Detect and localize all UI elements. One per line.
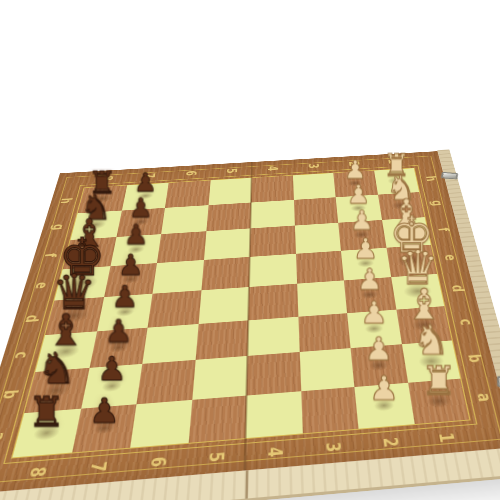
- coord-label: 4: [258, 156, 286, 181]
- coord-label: 1: [378, 149, 409, 173]
- coord-label: g: [33, 217, 83, 238]
- square-f3: [294, 223, 340, 254]
- piece-glyph: ♟: [104, 316, 132, 347]
- square-g4: [250, 200, 294, 229]
- square-g7: [116, 208, 165, 237]
- coord-label: f: [419, 219, 467, 240]
- chess-board: hgfedcba hgfedcba 87654321 87654321 ♜♞♝♛…: [0, 151, 500, 495]
- square-g5: [206, 202, 251, 231]
- square-e4: [249, 253, 297, 287]
- hinge-seam-front: [245, 470, 248, 498]
- piece-glyph: ♟: [365, 333, 394, 365]
- square-f5: [204, 228, 251, 259]
- square-f7: [110, 234, 161, 266]
- square-f4: [250, 226, 296, 257]
- clasp-icon: [441, 172, 458, 180]
- piece-glyph: ♜: [421, 361, 457, 401]
- coord-label: 6: [175, 161, 205, 186]
- piece-glyph: ♟: [97, 353, 126, 386]
- piece-glyph: ♟: [111, 282, 138, 312]
- coord-label: 8: [90, 166, 124, 191]
- square-e3: [295, 250, 343, 283]
- piece-glyph: ♜: [28, 392, 65, 434]
- piece-glyph: ♞: [37, 347, 76, 390]
- coord-label: 3: [299, 154, 328, 178]
- perspective-wrapper: hgfedcba hgfedcba 87654321 87654321 ♜♞♝♛…: [0, 0, 500, 500]
- coord-label: 5: [217, 159, 246, 184]
- square-g3: [293, 197, 338, 226]
- piece-glyph: ♟: [369, 372, 399, 405]
- coord-label: 2: [338, 152, 368, 176]
- piece-glyph: ♟: [357, 265, 383, 294]
- coord-label: 7: [132, 163, 164, 188]
- square-f6: [157, 231, 206, 263]
- square-g2: [336, 194, 382, 222]
- piece-glyph: ♞: [413, 320, 450, 362]
- square-f2: [338, 220, 386, 251]
- coord-label: h: [41, 191, 89, 211]
- square-e5: [201, 257, 250, 291]
- coord-label: g: [414, 193, 460, 213]
- piece-glyph: ♟: [361, 298, 388, 329]
- product-photo: hgfedcba hgfedcba 87654321 87654321 ♜♞♝♛…: [0, 0, 500, 500]
- piece-glyph: ♟: [89, 394, 120, 428]
- square-g6: [161, 205, 208, 234]
